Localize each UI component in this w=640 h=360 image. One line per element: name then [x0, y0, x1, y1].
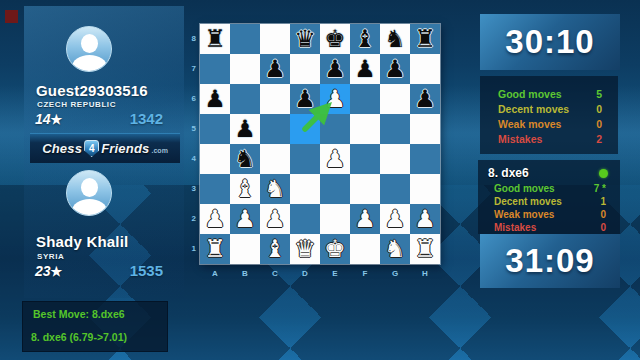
square-e6[interactable]: ♟ — [320, 84, 350, 114]
white-pawn-f2: ♟ — [354, 204, 376, 234]
stat-row-mistakes: Mistakes2 — [480, 131, 618, 146]
rank-label-1: 1 — [182, 234, 196, 264]
white-pawn-e6: ♟ — [324, 84, 346, 114]
file-label-f: F — [350, 269, 380, 278]
square-a7[interactable] — [200, 54, 230, 84]
square-c1[interactable]: ♝ — [260, 234, 290, 264]
square-g7[interactable]: ♟ — [380, 54, 410, 84]
black-knight-b4: ♞ — [234, 144, 256, 174]
square-d4[interactable] — [290, 144, 320, 174]
square-a5[interactable] — [200, 114, 230, 144]
opponent-country: CZECH REPUBLIC — [37, 100, 116, 109]
stat-row-good: Good moves5 — [480, 86, 618, 101]
logo-word2: Friends — [101, 141, 149, 156]
square-d7[interactable] — [290, 54, 320, 84]
square-b6[interactable] — [230, 84, 260, 114]
square-h7[interactable] — [410, 54, 440, 84]
square-f5[interactable] — [350, 114, 380, 144]
square-a4[interactable] — [200, 144, 230, 174]
logo-word1: Chess — [42, 141, 82, 156]
square-d8[interactable]: ♛ — [290, 24, 320, 54]
stat-row-weak: Weak moves0 — [480, 116, 618, 131]
rank-label-8: 8 — [182, 24, 196, 54]
square-b7[interactable] — [230, 54, 260, 84]
rank-label-5: 5 — [182, 114, 196, 144]
square-c8[interactable] — [260, 24, 290, 54]
square-g8[interactable]: ♞ — [380, 24, 410, 54]
avatar-silhouette-icon — [81, 178, 98, 197]
square-e7[interactable]: ♟ — [320, 54, 350, 84]
rank-label-6: 6 — [182, 84, 196, 114]
square-d3[interactable] — [290, 174, 320, 204]
square-a1[interactable]: ♜ — [200, 234, 230, 264]
app-background: Guest29303516 CZECH REPUBLIC 14★ 1342 Ch… — [0, 0, 640, 360]
square-h8[interactable]: ♜ — [410, 24, 440, 54]
black-bishop-f8: ♝ — [354, 24, 376, 54]
square-e8[interactable]: ♚ — [320, 24, 350, 54]
square-f2[interactable]: ♟ — [350, 204, 380, 234]
logo-suffix: .com — [152, 147, 168, 154]
square-h6[interactable]: ♟ — [410, 84, 440, 114]
square-b1[interactable] — [230, 234, 260, 264]
square-d5[interactable] — [290, 114, 320, 144]
square-f8[interactable]: ♝ — [350, 24, 380, 54]
file-label-h: H — [410, 269, 440, 278]
file-label-a: A — [200, 269, 230, 278]
file-label-c: C — [260, 269, 290, 278]
white-pawn-g2: ♟ — [384, 204, 406, 234]
square-f6[interactable] — [350, 84, 380, 114]
player-name: Shady Khalil — [36, 233, 184, 250]
star-icon: ★ — [51, 112, 63, 127]
square-g3[interactable] — [380, 174, 410, 204]
square-e2[interactable] — [320, 204, 350, 234]
current-move-panel: 8. dxe6 Good moves7 * Decent moves1 Weak… — [478, 160, 620, 234]
square-g1[interactable]: ♞ — [380, 234, 410, 264]
square-e4[interactable]: ♟ — [320, 144, 350, 174]
square-f7[interactable]: ♟ — [350, 54, 380, 84]
square-e3[interactable] — [320, 174, 350, 204]
square-f4[interactable] — [350, 144, 380, 174]
white-king-e1: ♚ — [324, 234, 346, 264]
square-g5[interactable] — [380, 114, 410, 144]
file-label-e: E — [320, 269, 350, 278]
square-a6[interactable]: ♟ — [200, 84, 230, 114]
square-a8[interactable]: ♜ — [200, 24, 230, 54]
square-h4[interactable] — [410, 144, 440, 174]
star-icon: ★ — [51, 264, 63, 279]
black-pawn-d6: ♟ — [294, 84, 316, 114]
chess4friends-logo[interactable]: Chess 4 Friends .com — [30, 133, 180, 163]
square-b2[interactable]: ♟ — [230, 204, 260, 234]
square-h2[interactable]: ♟ — [410, 204, 440, 234]
opponent-rating: 1342 — [130, 110, 163, 127]
black-pawn-a6: ♟ — [204, 84, 226, 114]
square-b3[interactable]: ♝ — [230, 174, 260, 204]
square-d1[interactable]: ♛ — [290, 234, 320, 264]
chess-board[interactable]: ♜♛♚♝♞♜♟♟♟♟♟♟♟♟♟♞♟♝♞♟♟♟♟♟♟♜♝♛♚♞♜ — [200, 24, 440, 264]
file-labels: ABCDEFGH — [200, 269, 440, 278]
avatar-silhouette-icon — [81, 34, 98, 53]
stat-row-decent: Decent moves0 — [480, 101, 618, 116]
file-label-b: B — [230, 269, 260, 278]
player-avatar — [66, 170, 112, 216]
square-e1[interactable]: ♚ — [320, 234, 350, 264]
best-move-text: Best Move: 8.dxe6 — [33, 308, 125, 320]
rank-label-7: 7 — [182, 54, 196, 84]
white-pawn-h2: ♟ — [414, 204, 436, 234]
player-clock: 31:09 — [480, 234, 620, 288]
square-d6[interactable]: ♟ — [290, 84, 320, 114]
white-rook-a1: ♜ — [204, 234, 226, 264]
good-move-dot-icon — [599, 169, 608, 178]
square-h5[interactable] — [410, 114, 440, 144]
white-pawn-b2: ♟ — [234, 204, 256, 234]
opponent-clock: 30:10 — [480, 14, 620, 70]
square-b5[interactable]: ♟ — [230, 114, 260, 144]
square-f3[interactable] — [350, 174, 380, 204]
square-c5[interactable] — [260, 114, 290, 144]
file-label-g: G — [380, 269, 410, 278]
square-a2[interactable]: ♟ — [200, 204, 230, 234]
square-e5[interactable] — [320, 114, 350, 144]
white-knight-c3: ♞ — [264, 174, 286, 204]
black-rook-h8: ♜ — [414, 24, 436, 54]
square-b8[interactable] — [230, 24, 260, 54]
white-pawn-a2: ♟ — [204, 204, 226, 234]
black-pawn-f7: ♟ — [354, 54, 376, 84]
current-move-label: 8. dxe6 — [488, 166, 529, 180]
white-bishop-c1: ♝ — [264, 234, 286, 264]
opponent-stats-panel: Good moves5 Decent moves0 Weak moves0 Mi… — [480, 76, 618, 154]
opponent-name: Guest29303516 — [36, 82, 184, 99]
corner-indicator — [5, 10, 18, 23]
square-d2[interactable] — [290, 204, 320, 234]
square-f1[interactable] — [350, 234, 380, 264]
white-rook-h1: ♜ — [414, 234, 436, 264]
black-knight-g8: ♞ — [384, 24, 406, 54]
rank-label-3: 3 — [182, 174, 196, 204]
square-g4[interactable] — [380, 144, 410, 174]
rank-label-2: 2 — [182, 204, 196, 234]
stat-row-good: Good moves7 * — [478, 182, 620, 195]
stat-row-mistakes: Mistakes0 — [478, 221, 620, 234]
opponent-stars: 14★ — [35, 111, 62, 127]
square-c6[interactable] — [260, 84, 290, 114]
file-label-d: D — [290, 269, 320, 278]
square-h1[interactable]: ♜ — [410, 234, 440, 264]
white-pawn-c2: ♟ — [264, 204, 286, 234]
move-eval-text: 8. dxe6 (6.79->7.01) — [31, 331, 127, 343]
logo-shield-icon: 4 — [84, 140, 99, 157]
opponent-avatar — [66, 26, 112, 72]
black-pawn-b5: ♟ — [234, 114, 256, 144]
stat-row-decent: Decent moves1 — [478, 195, 620, 208]
square-b4[interactable]: ♞ — [230, 144, 260, 174]
square-g6[interactable] — [380, 84, 410, 114]
square-c3[interactable]: ♞ — [260, 174, 290, 204]
white-pawn-e4: ♟ — [324, 144, 346, 174]
black-rook-a8: ♜ — [204, 24, 226, 54]
black-king-e8: ♚ — [324, 24, 346, 54]
black-queen-d8: ♛ — [294, 24, 316, 54]
rank-labels: 87654321 — [182, 24, 196, 264]
black-pawn-c7: ♟ — [264, 54, 286, 84]
square-c4[interactable] — [260, 144, 290, 174]
square-c7[interactable]: ♟ — [260, 54, 290, 84]
black-pawn-h6: ♟ — [414, 84, 436, 114]
white-bishop-b3: ♝ — [234, 174, 256, 204]
rank-label-4: 4 — [182, 144, 196, 174]
player-stars: 23★ — [35, 263, 62, 279]
black-pawn-g7: ♟ — [384, 54, 406, 84]
player-rating: 1535 — [130, 262, 163, 279]
best-move-panel: Best Move: 8.dxe6 8. dxe6 (6.79->7.01) — [22, 301, 168, 352]
square-c2[interactable]: ♟ — [260, 204, 290, 234]
square-a3[interactable] — [200, 174, 230, 204]
square-h3[interactable] — [410, 174, 440, 204]
player-country: SYRIA — [37, 252, 64, 261]
square-g2[interactable]: ♟ — [380, 204, 410, 234]
black-pawn-e7: ♟ — [324, 54, 346, 84]
stat-row-weak: Weak moves0 — [478, 208, 620, 221]
white-knight-g1: ♞ — [384, 234, 406, 264]
white-queen-d1: ♛ — [294, 234, 316, 264]
